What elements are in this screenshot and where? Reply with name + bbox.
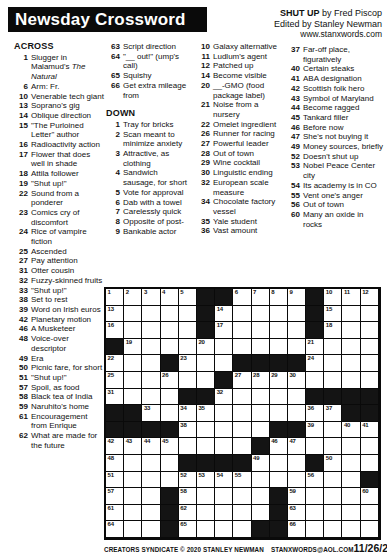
grid-cell[interactable]: [161, 455, 179, 472]
grid-cell[interactable]: [288, 472, 306, 489]
grid-cell[interactable]: 26: [161, 372, 179, 389]
clue-item: 30Linguistic ending: [194, 168, 284, 178]
clue-item: 65Squishy: [104, 71, 192, 81]
grid-cell-black: [215, 289, 233, 306]
grid-cell[interactable]: 6: [233, 289, 251, 306]
grid-cell[interactable]: [361, 355, 379, 372]
grid-cell[interactable]: [233, 438, 251, 455]
grid-cell[interactable]: [233, 322, 251, 339]
clue-text: Set to rest: [31, 295, 104, 305]
grid-cell[interactable]: [124, 472, 142, 489]
credit-text: CREATORS SYNDICATE © 2020 STANLEY NEWMAN: [104, 546, 264, 553]
grid-cell[interactable]: [142, 455, 160, 472]
grid-cell[interactable]: 60: [361, 488, 379, 505]
clue-text: Scottish folk hero: [303, 84, 384, 94]
clue-text: Bankable actor: [123, 227, 192, 237]
clue-item: 54Its academy is in CO: [284, 181, 384, 191]
clue-item: 9Bankable actor: [104, 227, 192, 237]
clue-text: __-GMO (food package label): [213, 81, 284, 100]
clue-number: 25: [12, 247, 31, 257]
clue-item: 37Far-off place, figuratively: [284, 45, 384, 64]
grid-cell[interactable]: [233, 488, 251, 505]
grid-cell-black: [306, 455, 324, 472]
grid-cell[interactable]: 15: [324, 306, 342, 323]
clue-text: Far-off place, figuratively: [303, 45, 384, 64]
grid-cell[interactable]: 46: [270, 438, 288, 455]
grid-cell[interactable]: [270, 339, 288, 356]
grid-cell[interactable]: [252, 405, 270, 422]
clue-item: 5Vote for approval: [104, 188, 192, 198]
grid-cell[interactable]: [342, 521, 360, 538]
cell-number: 26: [162, 372, 168, 378]
clue-item: 32Fuzzy-skinned fruits: [12, 276, 104, 286]
clue-text: Linguistic ending: [213, 168, 284, 178]
grid-cell[interactable]: [342, 472, 360, 489]
grid-cell[interactable]: [233, 422, 251, 439]
grid-cell[interactable]: [197, 422, 215, 439]
grid-cell[interactable]: 21: [306, 339, 324, 356]
clue-text: Opposite of post-: [123, 217, 192, 227]
grid-cell[interactable]: [215, 355, 233, 372]
clue-number: 53: [284, 161, 303, 171]
grid-cell[interactable]: 37: [324, 405, 342, 422]
clue-number: 61: [12, 412, 31, 422]
grid-cell[interactable]: [197, 355, 215, 372]
grid-cell[interactable]: 57: [106, 488, 124, 505]
grid-cell[interactable]: [361, 372, 379, 389]
grid-cell[interactable]: [142, 505, 160, 522]
clue-text: European scale measure: [213, 178, 284, 197]
grid-cell[interactable]: [197, 488, 215, 505]
clue-text: Ascended: [31, 247, 104, 257]
cell-number: 17: [217, 322, 223, 328]
clue-text: Galaxy alternative: [213, 42, 284, 52]
grid-cell[interactable]: [215, 339, 233, 356]
grid-cell[interactable]: 32: [215, 389, 233, 406]
cell-number: 56: [308, 472, 314, 478]
clue-number: 33: [12, 286, 31, 296]
grid-cell[interactable]: 44: [142, 438, 160, 455]
clue-number: 29: [194, 158, 213, 168]
grid-cell[interactable]: [342, 306, 360, 323]
clue-item: 4Sandwich sausage, for short: [104, 168, 192, 187]
grid-cell[interactable]: 17: [215, 322, 233, 339]
cell-number: 48: [108, 455, 114, 461]
clue-item: 63Script direction: [104, 42, 192, 52]
cell-number: 43: [126, 438, 132, 444]
cell-number: 1: [108, 289, 111, 295]
grid-cell[interactable]: 65: [179, 521, 197, 538]
cell-number: 62: [180, 505, 186, 511]
grid-cell[interactable]: 34: [179, 405, 197, 422]
grid-cell[interactable]: 38: [179, 422, 197, 439]
grid-cell[interactable]: [288, 339, 306, 356]
grid-cell[interactable]: 58: [179, 488, 197, 505]
clue-column-3: 10Galaxy alternative11Ludlum's agent12Pa…: [194, 42, 284, 236]
grid-cell[interactable]: 52: [179, 472, 197, 489]
grid-cell[interactable]: [215, 505, 233, 522]
grid-cell[interactable]: [252, 389, 270, 406]
grid-cell[interactable]: [161, 306, 179, 323]
clue-text: Venerable tech giant: [31, 92, 104, 102]
grid-cell[interactable]: [342, 355, 360, 372]
grid-cell[interactable]: 43: [124, 438, 142, 455]
grid-cell[interactable]: 64: [106, 521, 124, 538]
grid-cell[interactable]: 59: [288, 488, 306, 505]
grid-cell[interactable]: [179, 438, 197, 455]
grid-cell[interactable]: [270, 472, 288, 489]
clue-item: 41ABA designation: [284, 74, 384, 84]
grid-cell[interactable]: [124, 372, 142, 389]
cell-number: 11: [344, 289, 350, 295]
grid-cell-black: [361, 405, 379, 422]
clue-text: "__ out!" (ump's call): [123, 52, 192, 71]
grid-cell[interactable]: [124, 488, 142, 505]
grid-cell[interactable]: [233, 521, 251, 538]
grid-cell[interactable]: [142, 372, 160, 389]
grid-cell[interactable]: [179, 322, 197, 339]
grid-cell[interactable]: 28: [252, 372, 270, 389]
grid-cell[interactable]: 53: [197, 472, 215, 489]
grid-cell[interactable]: 35: [197, 405, 215, 422]
clue-text: Become ragged: [303, 103, 384, 113]
grid-cell[interactable]: 25: [106, 372, 124, 389]
cell-number: 52: [180, 472, 186, 478]
grid-cell-black: [270, 355, 288, 372]
grid-cell[interactable]: 36: [306, 405, 324, 422]
across-clues-main: 1Slugger in Malamud's The Natural6Arm: F…: [12, 53, 104, 451]
grid-cell[interactable]: [342, 372, 360, 389]
clue-number: 6: [12, 82, 31, 92]
grid-cell[interactable]: 4: [161, 289, 179, 306]
grid-cell[interactable]: 39: [306, 422, 324, 439]
grid-cell[interactable]: [324, 472, 342, 489]
clue-number: 30: [194, 168, 213, 178]
grid-cell[interactable]: [161, 472, 179, 489]
grid-cell[interactable]: [197, 438, 215, 455]
grid-cell[interactable]: [324, 505, 342, 522]
grid-cell[interactable]: [288, 306, 306, 323]
cell-number: 37: [326, 405, 332, 411]
grid-cell[interactable]: 22: [106, 355, 124, 372]
grid-cell-black: [233, 455, 251, 472]
clue-item: 22Sound from a ponderer: [12, 189, 104, 208]
grid-cell[interactable]: [197, 521, 215, 538]
grid-cell[interactable]: 29: [270, 372, 288, 389]
grid-cell[interactable]: 42: [106, 438, 124, 455]
grid-cell[interactable]: [361, 438, 379, 455]
clue-text: Comics cry of discomfort: [31, 208, 104, 227]
grid-cell[interactable]: [288, 405, 306, 422]
clue-item: 1Tray for bricks: [104, 120, 192, 130]
grid-cell[interactable]: 1: [106, 289, 124, 306]
clue-item: 59Naruhito's home: [12, 402, 104, 412]
cell-number: 30: [289, 372, 295, 378]
clue-item: 27Powerful leader: [194, 139, 284, 149]
grid-cell[interactable]: [252, 339, 270, 356]
grid-cell[interactable]: [252, 322, 270, 339]
grid-cell[interactable]: [124, 389, 142, 406]
clue-number: 41: [284, 74, 303, 84]
grid-cell[interactable]: 54: [215, 472, 233, 489]
clue-number: 43: [284, 94, 303, 104]
grid-cell-black: [306, 306, 324, 323]
down-clues-2: 10Galaxy alternative11Ludlum's agent12Pa…: [194, 42, 284, 236]
grid-cell[interactable]: [215, 521, 233, 538]
grid-cell[interactable]: [361, 455, 379, 472]
clue-item: 64"__ out!" (ump's call): [104, 52, 192, 71]
grid-cell[interactable]: 63: [288, 505, 306, 522]
grid-cell[interactable]: [233, 505, 251, 522]
grid-cell[interactable]: [252, 306, 270, 323]
grid-cell-black: [342, 389, 360, 406]
clue-number: 12: [194, 61, 213, 71]
grid-cell[interactable]: [142, 472, 160, 489]
grid-cell[interactable]: 41: [361, 422, 379, 439]
grid-cell[interactable]: 47: [288, 438, 306, 455]
grid-cell[interactable]: [306, 521, 324, 538]
grid-cell[interactable]: [324, 521, 342, 538]
grid-cell[interactable]: [233, 405, 251, 422]
grid-cell[interactable]: [252, 505, 270, 522]
grid-cell[interactable]: 55: [233, 472, 251, 489]
grid-cell[interactable]: 8: [270, 289, 288, 306]
grid-cell[interactable]: [161, 339, 179, 356]
grid-cell-black: [215, 372, 233, 389]
cell-number: 42: [108, 438, 114, 444]
clue-item: 18Attila follower: [12, 169, 104, 179]
grid-cell[interactable]: 20: [197, 339, 215, 356]
grid-cell[interactable]: [233, 339, 251, 356]
grid-cell[interactable]: [324, 339, 342, 356]
clue-item: 15"The Purloined Letter" author: [12, 121, 104, 140]
cell-number: 2: [126, 289, 129, 295]
grid-cell[interactable]: [342, 488, 360, 505]
grid-cell[interactable]: [270, 405, 288, 422]
clue-number: 55: [284, 191, 303, 201]
grid-cell[interactable]: 40: [342, 422, 360, 439]
grid-cell[interactable]: [252, 488, 270, 505]
grid-cell[interactable]: [288, 389, 306, 406]
cell-number: 49: [253, 455, 259, 461]
grid-cell[interactable]: [324, 372, 342, 389]
grid-cell[interactable]: [342, 505, 360, 522]
grid-cell[interactable]: 9: [288, 289, 306, 306]
clue-number: 26: [194, 129, 213, 139]
grid-cell[interactable]: [142, 355, 160, 372]
clue-item: 2Scan meant to minimize anxiety: [104, 130, 192, 149]
cell-number: 36: [308, 405, 314, 411]
grid-cell-black: [270, 505, 288, 522]
clue-number: 44: [284, 103, 303, 113]
grid-cell[interactable]: [142, 389, 160, 406]
grid-cell[interactable]: [124, 521, 142, 538]
grid-cell[interactable]: [215, 422, 233, 439]
grid-cell[interactable]: [306, 438, 324, 455]
grid-cell[interactable]: [179, 372, 197, 389]
clue-number: 35: [194, 217, 213, 227]
grid-cell[interactable]: [342, 455, 360, 472]
grid-cell[interactable]: [179, 306, 197, 323]
grid-cell[interactable]: [306, 372, 324, 389]
grid-cell[interactable]: 62: [179, 505, 197, 522]
cell-number: 5: [180, 289, 183, 295]
grid-cell[interactable]: 11: [342, 289, 360, 306]
grid-cell[interactable]: [124, 322, 142, 339]
grid-cell[interactable]: [197, 372, 215, 389]
grid-cell[interactable]: [124, 306, 142, 323]
grid-cell[interactable]: 24: [306, 355, 324, 372]
grid-cell[interactable]: [124, 455, 142, 472]
clue-text: Yale student: [213, 217, 284, 227]
grid-cell-black: [197, 306, 215, 323]
grid-cell-black: [252, 521, 270, 538]
clue-number: 64: [104, 52, 123, 62]
grid-cell-black: [324, 389, 342, 406]
grid-cell[interactable]: [324, 355, 342, 372]
grid-cell[interactable]: [306, 488, 324, 505]
grid-cell[interactable]: [215, 488, 233, 505]
clue-number: 42: [12, 315, 31, 325]
cell-number: 7: [253, 289, 256, 295]
grid-cell[interactable]: [179, 339, 197, 356]
grid-cell-black: [161, 521, 179, 538]
grid-cell[interactable]: [161, 389, 179, 406]
grid-cell[interactable]: [270, 389, 288, 406]
clue-item: 22Omelet ingredient: [194, 120, 284, 130]
page-title: Newsday Crossword: [8, 7, 207, 32]
clue-item: 60Many an oxide in rocks: [284, 210, 384, 229]
grid-cell[interactable]: 13: [106, 306, 124, 323]
grid-cell[interactable]: [124, 505, 142, 522]
crossword-grid[interactable]: 1234567891011121314151617181920212223242…: [104, 287, 381, 540]
grid-cell[interactable]: 23: [179, 355, 197, 372]
cell-number: 34: [180, 405, 186, 411]
grid-cell[interactable]: [161, 405, 179, 422]
grid-cell[interactable]: [142, 306, 160, 323]
clue-item: 48Voice-over descriptor: [12, 334, 104, 353]
grid-cell[interactable]: [324, 422, 342, 439]
grid-cell[interactable]: [324, 438, 342, 455]
grid-cell[interactable]: 51: [106, 472, 124, 489]
grid-cell[interactable]: [361, 339, 379, 356]
grid-cell[interactable]: [288, 322, 306, 339]
grid-cell[interactable]: 7: [252, 289, 270, 306]
grid-cell[interactable]: 27: [233, 372, 251, 389]
grid-cell[interactable]: 18: [324, 322, 342, 339]
grid-cell[interactable]: [252, 422, 270, 439]
clue-item: 24Rice of vampire fiction: [12, 227, 104, 246]
grid-cell[interactable]: 12: [361, 289, 379, 306]
grid-cell[interactable]: [270, 322, 288, 339]
grid-cell[interactable]: [215, 405, 233, 422]
cell-number: 60: [362, 488, 368, 494]
grid-cell[interactable]: 19: [124, 339, 142, 356]
grid-cell[interactable]: [361, 322, 379, 339]
grid-cell[interactable]: [142, 488, 160, 505]
clue-text: Planetary motion: [31, 315, 104, 325]
grid-cell[interactable]: 10: [324, 289, 342, 306]
grid-cell[interactable]: 61: [106, 505, 124, 522]
grid-cell[interactable]: [252, 472, 270, 489]
grid-cell[interactable]: 30: [288, 372, 306, 389]
grid-cell[interactable]: [361, 306, 379, 323]
grid-cell[interactable]: [215, 438, 233, 455]
grid-cell[interactable]: [324, 488, 342, 505]
clue-item: 40Certain steaks: [284, 64, 384, 74]
clue-item: 47She's not buying it: [284, 132, 384, 142]
clue-item: 19"Shut up!": [12, 179, 104, 189]
grid-cell[interactable]: 45: [161, 438, 179, 455]
grid-cell[interactable]: 14: [215, 306, 233, 323]
grid-cell[interactable]: 50: [324, 455, 342, 472]
grid-cell[interactable]: [142, 521, 160, 538]
clue-column-4: 37Far-off place, figuratively40Certain s…: [284, 45, 384, 229]
clue-text: Doesn't shut up: [303, 152, 384, 162]
clue-text: "The Purloined Letter" author: [31, 121, 104, 140]
clue-text: Rice of vampire fiction: [31, 227, 104, 246]
clue-column-2: 63Script direction64"__ out!" (ump's cal…: [104, 42, 192, 236]
grid-cell[interactable]: [342, 339, 360, 356]
clue-number: 18: [12, 169, 31, 179]
grid-cell[interactable]: [197, 505, 215, 522]
grid-cell[interactable]: 16: [106, 322, 124, 339]
cell-number: 41: [362, 422, 368, 428]
grid-cell-black: [252, 438, 270, 455]
grid-cell[interactable]: [161, 322, 179, 339]
cell-number: 33: [144, 405, 150, 411]
cell-number: 64: [108, 521, 114, 527]
grid-cell[interactable]: 49: [252, 455, 270, 472]
cell-number: 12: [362, 289, 368, 295]
clue-number: 31: [12, 266, 31, 276]
grid-cell[interactable]: [270, 455, 288, 472]
grid-cell[interactable]: [342, 438, 360, 455]
clue-item: 12Patched up: [194, 61, 284, 71]
grid-cell[interactable]: [233, 306, 251, 323]
grid-cell[interactable]: 31: [106, 389, 124, 406]
clue-item: 56Out of town: [284, 200, 384, 210]
grid-cell[interactable]: [288, 455, 306, 472]
grid-cell[interactable]: [270, 306, 288, 323]
clue-item: 14Become visible: [194, 71, 284, 81]
grid-cell[interactable]: 5: [179, 289, 197, 306]
grid-cell[interactable]: 48: [106, 455, 124, 472]
grid-cell[interactable]: [361, 505, 379, 522]
grid-cell[interactable]: 33: [142, 405, 160, 422]
clue-number: 6: [104, 198, 123, 208]
grid-cell-black: [142, 422, 160, 439]
grid-cell[interactable]: [142, 322, 160, 339]
cell-number: 50: [326, 455, 332, 461]
clue-text: Otter cousin: [31, 266, 104, 276]
clue-text: Sound from a ponderer: [31, 189, 104, 208]
cell-number: 51: [108, 472, 114, 478]
grid-cell[interactable]: [361, 521, 379, 538]
grid-cell[interactable]: [233, 389, 251, 406]
grid-cell[interactable]: 56: [306, 472, 324, 489]
grid-cell[interactable]: 2: [124, 289, 142, 306]
grid-cell[interactable]: 66: [288, 521, 306, 538]
clue-text: Out of town: [303, 200, 384, 210]
grid-cell[interactable]: 3: [142, 289, 160, 306]
grid-cell[interactable]: [124, 355, 142, 372]
grid-cell[interactable]: [142, 339, 160, 356]
clue-number: 36: [194, 226, 213, 236]
grid-cell[interactable]: [342, 322, 360, 339]
cell-number: 38: [180, 422, 186, 428]
grid-cell[interactable]: [306, 505, 324, 522]
